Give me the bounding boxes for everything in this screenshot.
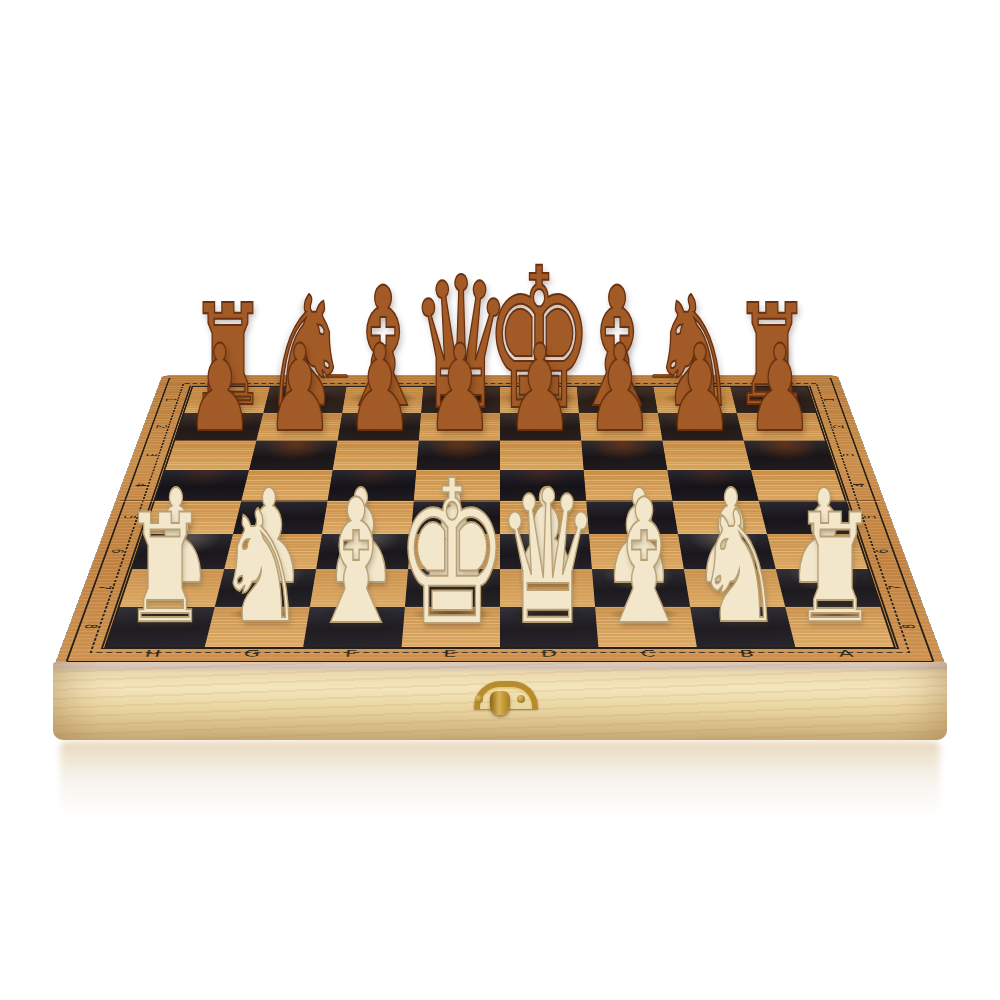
board-square [316,534,411,569]
board-square [224,534,322,569]
file-label: B [697,649,798,659]
board-square [744,441,835,470]
rank-label: 4 [848,481,870,489]
board-square [419,413,500,441]
board-square [184,387,269,413]
clasp-screw-left [475,695,483,703]
file-label-far: E [423,379,500,384]
board-grid [106,387,893,647]
board-square [759,501,856,534]
board-square [120,569,224,607]
board-square [106,607,214,647]
rank-label: 7 [93,583,117,593]
board-square [322,501,414,534]
board-square [667,470,758,501]
piece-reflection [215,569,316,607]
piece-reflection [658,413,744,441]
board-square [737,413,825,441]
rank-label: 7 [883,583,907,593]
rank-label: 3 [141,451,162,459]
board-square [421,387,500,413]
board-square [500,534,592,569]
file-label-far: D [500,379,577,384]
board-square [408,534,500,569]
piece-reflection [316,534,411,569]
board-square [263,387,346,413]
board-square [584,470,673,501]
brass-clasp-latch [471,679,529,723]
rank-label: 1 [819,396,839,403]
board-square [579,413,663,441]
board-square [581,441,667,470]
piece-reflection [500,470,586,501]
piece-reflection [678,534,776,569]
rank-label: 4 [130,481,152,489]
file-label-far: F [347,379,424,384]
board-square [205,607,310,647]
board-square [500,413,581,441]
board-square [500,607,598,647]
piece-reflection [328,470,417,501]
piece-reflection [155,470,249,501]
rank-label: 1 [161,396,181,403]
board-square [155,470,249,501]
piece-reflection [744,441,835,470]
board-square [414,470,500,501]
piece-reflection [132,534,233,569]
board-square [144,501,241,534]
rank-label: 3 [838,451,859,459]
file-label: C [599,649,699,659]
board-square [342,387,423,413]
board-square [500,441,584,470]
board-square [589,534,684,569]
board-square [500,569,595,607]
piece-reflection [592,569,690,607]
rank-label: 6 [106,547,129,556]
file-label-far: B [652,379,729,384]
rank-label: 8 [78,621,103,631]
board-square [416,441,500,470]
piece-reflection [581,441,667,470]
board-square [402,607,500,647]
rank-label: 2 [829,423,849,430]
board-square [730,387,815,413]
board-square [165,441,256,470]
board-square [684,569,785,607]
file-label: H [102,649,204,659]
piece-reflection [405,569,500,607]
board-square [592,569,690,607]
rank-label: 6 [871,547,894,556]
file-label: E [401,649,500,659]
file-label-far: G [270,379,347,384]
board-square [678,534,776,569]
piece-reflection [338,413,422,441]
board-square [249,441,338,470]
piece-reflection [175,413,263,441]
rank-label: 5 [859,513,881,522]
piece-reflection [249,441,338,470]
rank-label: 2 [151,423,171,430]
board-square [333,441,419,470]
board-square [405,569,500,607]
file-label: G [202,649,303,659]
board-square [328,470,417,501]
piece-reflection [416,441,500,470]
file-label: F [301,649,401,659]
rank-label: 5 [118,513,140,522]
board-square [132,534,233,569]
hinge-left [325,374,348,378]
table-reflection [60,741,940,831]
board-square [411,501,500,534]
clasp-knob [490,691,510,715]
board-square [653,387,736,413]
fold-seam [120,500,881,501]
file-label-far: C [576,379,653,384]
hinge-right [651,374,674,378]
file-label-far: A [728,379,806,384]
file-label-far: H [194,379,272,384]
board-square [233,501,327,534]
rank-label: 8 [897,621,922,631]
piece-reflection [667,470,758,501]
file-label: A [796,649,898,659]
board-square [751,470,845,501]
board-square [256,413,342,441]
board-square [577,387,658,413]
piece-reflection [500,413,581,441]
board-square [500,470,586,501]
board-square [338,413,422,441]
board-square [785,607,893,647]
board-square [595,607,697,647]
product-photo-chess-set: HHGGFFEEDDCCBBAA1122334455667788 ♜♞♝♛♚♝♞… [0,0,1000,1000]
board-square [303,607,405,647]
clasp-screw-right [517,695,525,703]
board-square [500,387,579,413]
board-square [658,413,744,441]
board-square [215,569,316,607]
board-square [672,501,766,534]
board-square [767,534,868,569]
board-square [500,501,589,534]
board-square [776,569,880,607]
board-square [662,441,751,470]
board-square [310,569,408,607]
board-square [690,607,795,647]
board-square [241,470,332,501]
board-square [586,501,678,534]
file-label: D [500,649,599,659]
piece-reflection [500,534,592,569]
piece-reflection [776,569,880,607]
board-square [175,413,263,441]
chess-board: HHGGFFEEDDCCBBAA1122334455667788 [55,376,945,666]
